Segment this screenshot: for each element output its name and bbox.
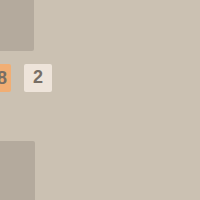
tile-8: 8 — [0, 64, 11, 92]
board-region-top-left — [0, 0, 34, 51]
game-board-2048[interactable]: 8 2 — [0, 0, 200, 200]
board-region-bottom-left — [0, 141, 35, 200]
tile-2-value: 2 — [33, 68, 43, 86]
tile-8-value: 8 — [0, 69, 7, 87]
tile-2: 2 — [24, 64, 52, 92]
